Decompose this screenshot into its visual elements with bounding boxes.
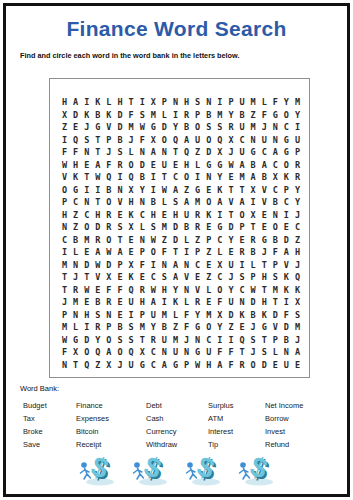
grid-cell[interactable]: N bbox=[59, 221, 70, 234]
grid-cell[interactable]: O bbox=[126, 159, 137, 172]
grid-cell[interactable]: X bbox=[103, 359, 114, 372]
grid-cell[interactable]: L bbox=[214, 246, 225, 259]
grid-cell[interactable]: V bbox=[92, 271, 103, 284]
grid-cell[interactable]: S bbox=[114, 334, 125, 347]
grid-cell[interactable]: F bbox=[137, 134, 148, 147]
grid-cell[interactable]: H bbox=[114, 96, 125, 109]
grid-cell[interactable]: D bbox=[248, 296, 259, 309]
grid-cell[interactable]: Q bbox=[70, 134, 81, 147]
grid-cell[interactable]: W bbox=[92, 259, 103, 272]
grid-cell[interactable]: G bbox=[148, 121, 159, 134]
grid-cell[interactable]: S bbox=[81, 134, 92, 147]
grid-cell[interactable]: W bbox=[159, 184, 170, 197]
grid-cell[interactable]: I bbox=[59, 246, 70, 259]
grid-cell[interactable]: Z bbox=[225, 321, 236, 334]
grid-cell[interactable]: B bbox=[270, 196, 281, 209]
grid-cell[interactable]: H bbox=[170, 209, 181, 222]
grid-cell[interactable]: G bbox=[192, 184, 203, 197]
grid-cell[interactable]: I bbox=[81, 96, 92, 109]
grid-cell[interactable]: D bbox=[114, 109, 125, 122]
grid-cell[interactable]: H bbox=[126, 196, 137, 209]
grid-cell[interactable]: T bbox=[259, 259, 270, 272]
grid-cell[interactable]: Y bbox=[170, 284, 181, 297]
grid-cell[interactable]: N bbox=[159, 146, 170, 159]
grid-cell[interactable]: N bbox=[192, 334, 203, 347]
grid-cell[interactable]: I bbox=[214, 96, 225, 109]
grid-cell[interactable]: F bbox=[159, 246, 170, 259]
grid-cell[interactable]: R bbox=[225, 121, 236, 134]
grid-cell[interactable]: A bbox=[170, 271, 181, 284]
grid-cell[interactable]: U bbox=[159, 159, 170, 172]
grid-cell[interactable]: P bbox=[59, 309, 70, 322]
grid-cell[interactable]: Y bbox=[214, 171, 225, 184]
grid-cell[interactable]: D bbox=[114, 121, 125, 134]
grid-cell[interactable]: A bbox=[281, 246, 292, 259]
grid-cell[interactable]: J bbox=[292, 209, 303, 222]
grid-cell[interactable]: D bbox=[270, 309, 281, 322]
grid-cell[interactable]: Y bbox=[281, 96, 292, 109]
grid-cell[interactable]: E bbox=[203, 221, 214, 234]
grid-cell[interactable]: A bbox=[270, 146, 281, 159]
grid-cell[interactable]: X bbox=[59, 109, 70, 122]
grid-cell[interactable]: D bbox=[137, 159, 148, 172]
grid-cell[interactable]: N bbox=[281, 346, 292, 359]
grid-cell[interactable]: T bbox=[170, 146, 181, 159]
grid-cell[interactable]: A bbox=[292, 346, 303, 359]
grid-cell[interactable]: F bbox=[70, 146, 81, 159]
grid-cell[interactable]: U bbox=[237, 121, 248, 134]
grid-cell[interactable]: V bbox=[225, 196, 236, 209]
grid-cell[interactable]: D bbox=[81, 259, 92, 272]
grid-cell[interactable]: T bbox=[237, 346, 248, 359]
grid-cell[interactable]: G bbox=[137, 359, 148, 372]
grid-cell[interactable]: S bbox=[114, 221, 125, 234]
grid-cell[interactable]: J bbox=[248, 321, 259, 334]
grid-cell[interactable]: K bbox=[103, 109, 114, 122]
grid-cell[interactable]: E bbox=[114, 309, 125, 322]
grid-cell[interactable]: E bbox=[259, 221, 270, 234]
grid-cell[interactable]: N bbox=[181, 346, 192, 359]
grid-cell[interactable]: G bbox=[248, 146, 259, 159]
grid-cell[interactable]: S bbox=[148, 221, 159, 234]
grid-cell[interactable]: X bbox=[126, 221, 137, 234]
grid-cell[interactable]: O bbox=[148, 246, 159, 259]
grid-cell[interactable]: C bbox=[259, 146, 270, 159]
grid-cell[interactable]: X bbox=[70, 346, 81, 359]
grid-cell[interactable]: J bbox=[59, 296, 70, 309]
grid-cell[interactable]: S bbox=[170, 196, 181, 209]
grid-cell[interactable]: J bbox=[225, 146, 236, 159]
grid-cell[interactable]: I bbox=[159, 296, 170, 309]
grid-cell[interactable]: T bbox=[59, 284, 70, 297]
grid-cell[interactable]: V bbox=[270, 321, 281, 334]
grid-cell[interactable]: G bbox=[192, 346, 203, 359]
grid-cell[interactable]: S bbox=[214, 121, 225, 134]
grid-cell[interactable]: T bbox=[92, 146, 103, 159]
grid-cell[interactable]: Q bbox=[126, 346, 137, 359]
grid-cell[interactable]: Y bbox=[225, 109, 236, 122]
grid-cell[interactable]: G bbox=[259, 321, 270, 334]
grid-cell[interactable]: N bbox=[248, 134, 259, 147]
grid-cell[interactable]: J bbox=[259, 121, 270, 134]
grid-cell[interactable]: C bbox=[214, 271, 225, 284]
grid-cell[interactable]: I bbox=[237, 259, 248, 272]
grid-cell[interactable]: X bbox=[126, 259, 137, 272]
grid-cell[interactable]: I bbox=[148, 171, 159, 184]
grid-cell[interactable]: M bbox=[126, 121, 137, 134]
grid-cell[interactable]: B bbox=[248, 246, 259, 259]
grid-cell[interactable]: H bbox=[159, 284, 170, 297]
grid-cell[interactable]: D bbox=[170, 234, 181, 247]
grid-cell[interactable]: G bbox=[259, 234, 270, 247]
grid-cell[interactable]: J bbox=[292, 259, 303, 272]
grid-cell[interactable]: I bbox=[214, 334, 225, 347]
grid-cell[interactable]: C bbox=[81, 209, 92, 222]
grid-cell[interactable]: X bbox=[270, 171, 281, 184]
grid-cell[interactable]: H bbox=[259, 271, 270, 284]
grid-cell[interactable]: N bbox=[114, 184, 125, 197]
grid-cell[interactable]: X bbox=[137, 346, 148, 359]
grid-cell[interactable]: P bbox=[103, 134, 114, 147]
grid-cell[interactable]: N bbox=[103, 309, 114, 322]
grid-cell[interactable]: X bbox=[214, 146, 225, 159]
grid-cell[interactable]: F bbox=[270, 96, 281, 109]
grid-cell[interactable]: N bbox=[181, 259, 192, 272]
grid-cell[interactable]: T bbox=[126, 96, 137, 109]
grid-cell[interactable]: I bbox=[292, 121, 303, 134]
grid-cell[interactable]: V bbox=[114, 196, 125, 209]
grid-cell[interactable]: S bbox=[126, 321, 137, 334]
grid-cell[interactable]: F bbox=[59, 146, 70, 159]
grid-cell[interactable]: U bbox=[192, 134, 203, 147]
grid-cell[interactable]: A bbox=[103, 346, 114, 359]
grid-cell[interactable]: K bbox=[126, 209, 137, 222]
grid-cell[interactable]: E bbox=[281, 221, 292, 234]
grid-cell[interactable]: G bbox=[192, 321, 203, 334]
grid-cell[interactable]: A bbox=[181, 134, 192, 147]
grid-cell[interactable]: Y bbox=[92, 334, 103, 347]
grid-cell[interactable]: E bbox=[203, 296, 214, 309]
grid-cell[interactable]: O bbox=[159, 134, 170, 147]
grid-cell[interactable]: E bbox=[126, 234, 137, 247]
grid-cell[interactable]: O bbox=[81, 346, 92, 359]
grid-cell[interactable]: B bbox=[181, 221, 192, 234]
grid-cell[interactable]: C bbox=[281, 121, 292, 134]
grid-cell[interactable]: L bbox=[103, 96, 114, 109]
grid-cell[interactable]: B bbox=[248, 159, 259, 172]
grid-cell[interactable]: S bbox=[114, 146, 125, 159]
grid-cell[interactable]: E bbox=[170, 159, 181, 172]
grid-cell[interactable]: C bbox=[292, 221, 303, 234]
grid-cell[interactable]: A bbox=[148, 146, 159, 159]
grid-cell[interactable]: B bbox=[92, 109, 103, 122]
grid-cell[interactable]: Z bbox=[70, 221, 81, 234]
grid-cell[interactable]: M bbox=[192, 196, 203, 209]
grid-cell[interactable]: F bbox=[103, 284, 114, 297]
grid-cell[interactable]: M bbox=[203, 309, 214, 322]
grid-cell[interactable]: R bbox=[237, 246, 248, 259]
grid-cell[interactable]: E bbox=[159, 209, 170, 222]
grid-cell[interactable]: E bbox=[203, 184, 214, 197]
grid-cell[interactable]: D bbox=[103, 259, 114, 272]
grid-cell[interactable]: O bbox=[214, 284, 225, 297]
grid-cell[interactable]: W bbox=[248, 284, 259, 297]
grid-cell[interactable]: Q bbox=[126, 171, 137, 184]
grid-cell[interactable]: O bbox=[192, 121, 203, 134]
grid-cell[interactable]: G bbox=[70, 184, 81, 197]
grid-cell[interactable]: K bbox=[70, 171, 81, 184]
grid-cell[interactable]: U bbox=[225, 296, 236, 309]
grid-cell[interactable]: G bbox=[270, 109, 281, 122]
grid-cell[interactable]: T bbox=[159, 171, 170, 184]
grid-cell[interactable]: L bbox=[192, 159, 203, 172]
grid-cell[interactable]: B bbox=[281, 334, 292, 347]
grid-cell[interactable]: K bbox=[281, 171, 292, 184]
grid-cell[interactable]: R bbox=[92, 234, 103, 247]
grid-cell[interactable]: A bbox=[237, 159, 248, 172]
grid-cell[interactable]: X bbox=[214, 309, 225, 322]
grid-cell[interactable]: L bbox=[70, 321, 81, 334]
grid-cell[interactable]: T bbox=[248, 221, 259, 234]
grid-cell[interactable]: B bbox=[148, 196, 159, 209]
grid-cell[interactable]: N bbox=[159, 259, 170, 272]
grid-cell[interactable]: L bbox=[203, 284, 214, 297]
grid-cell[interactable]: K bbox=[292, 284, 303, 297]
grid-cell[interactable]: L bbox=[70, 246, 81, 259]
grid-cell[interactable]: T bbox=[137, 334, 148, 347]
grid-cell[interactable]: E bbox=[270, 359, 281, 372]
grid-cell[interactable]: P bbox=[270, 259, 281, 272]
grid-cell[interactable]: Y bbox=[192, 309, 203, 322]
grid-cell[interactable]: R bbox=[103, 209, 114, 222]
grid-cell[interactable]: I bbox=[214, 209, 225, 222]
grid-cell[interactable]: D bbox=[281, 234, 292, 247]
grid-cell[interactable]: C bbox=[270, 159, 281, 172]
grid-cell[interactable]: D bbox=[225, 221, 236, 234]
grid-cell[interactable]: T bbox=[81, 271, 92, 284]
grid-cell[interactable]: H bbox=[81, 309, 92, 322]
grid-cell[interactable]: E bbox=[203, 259, 214, 272]
grid-cell[interactable]: E bbox=[225, 171, 236, 184]
grid-cell[interactable]: X bbox=[248, 209, 259, 222]
grid-cell[interactable]: F bbox=[126, 109, 137, 122]
grid-cell[interactable]: J bbox=[259, 246, 270, 259]
grid-cell[interactable]: P bbox=[114, 259, 125, 272]
grid-cell[interactable]: R bbox=[292, 171, 303, 184]
grid-cell[interactable]: C bbox=[70, 196, 81, 209]
grid-cell[interactable]: N bbox=[237, 296, 248, 309]
grid-cell[interactable]: R bbox=[192, 209, 203, 222]
grid-cell[interactable]: L bbox=[259, 96, 270, 109]
grid-cell[interactable]: T bbox=[92, 196, 103, 209]
grid-cell[interactable]: C bbox=[281, 196, 292, 209]
grid-cell[interactable]: D bbox=[259, 359, 270, 372]
grid-cell[interactable]: N bbox=[270, 121, 281, 134]
grid-cell[interactable]: T bbox=[259, 334, 270, 347]
grid-cell[interactable]: O bbox=[59, 184, 70, 197]
grid-cell[interactable]: V bbox=[281, 259, 292, 272]
grid-cell[interactable]: G bbox=[214, 159, 225, 172]
grid-cell[interactable]: M bbox=[59, 321, 70, 334]
grid-cell[interactable]: W bbox=[148, 284, 159, 297]
grid-cell[interactable]: B bbox=[181, 121, 192, 134]
grid-cell[interactable]: B bbox=[114, 134, 125, 147]
grid-cell[interactable]: C bbox=[237, 134, 248, 147]
grid-cell[interactable]: R bbox=[192, 221, 203, 234]
grid-cell[interactable]: K bbox=[126, 271, 137, 284]
grid-cell[interactable]: O bbox=[281, 159, 292, 172]
grid-cell[interactable]: W bbox=[103, 246, 114, 259]
grid-cell[interactable]: F bbox=[214, 346, 225, 359]
grid-cell[interactable]: Q bbox=[181, 146, 192, 159]
grid-cell[interactable]: S bbox=[192, 96, 203, 109]
grid-cell[interactable]: R bbox=[148, 334, 159, 347]
grid-cell[interactable]: E bbox=[70, 121, 81, 134]
grid-cell[interactable]: E bbox=[192, 271, 203, 284]
grid-cell[interactable]: H bbox=[181, 96, 192, 109]
grid-cell[interactable]: D bbox=[203, 146, 214, 159]
grid-cell[interactable]: Y bbox=[148, 321, 159, 334]
grid-cell[interactable]: N bbox=[137, 234, 148, 247]
grid-cell[interactable]: F bbox=[181, 321, 192, 334]
grid-cell[interactable]: O bbox=[203, 321, 214, 334]
grid-cell[interactable]: I bbox=[192, 171, 203, 184]
grid-cell[interactable]: E bbox=[225, 246, 236, 259]
grid-cell[interactable]: B bbox=[159, 321, 170, 334]
grid-cell[interactable]: X bbox=[225, 134, 236, 147]
grid-cell[interactable]: P bbox=[159, 96, 170, 109]
grid-cell[interactable]: S bbox=[270, 271, 281, 284]
grid-cell[interactable]: E bbox=[92, 284, 103, 297]
grid-cell[interactable]: R bbox=[292, 159, 303, 172]
grid-cell[interactable]: Y bbox=[225, 234, 236, 247]
grid-cell[interactable]: A bbox=[114, 246, 125, 259]
grid-cell[interactable]: C bbox=[59, 234, 70, 247]
grid-cell[interactable]: S bbox=[159, 271, 170, 284]
grid-cell[interactable]: V bbox=[103, 121, 114, 134]
grid-cell[interactable]: J bbox=[292, 334, 303, 347]
grid-cell[interactable]: Q bbox=[214, 134, 225, 147]
grid-cell[interactable]: K bbox=[281, 271, 292, 284]
grid-cell[interactable]: O bbox=[203, 134, 214, 147]
grid-cell[interactable]: T bbox=[237, 184, 248, 197]
grid-cell[interactable]: K bbox=[81, 109, 92, 122]
grid-cell[interactable]: M bbox=[214, 109, 225, 122]
grid-cell[interactable]: M bbox=[248, 121, 259, 134]
grid-cell[interactable]: B bbox=[137, 171, 148, 184]
grid-cell[interactable]: C bbox=[148, 271, 159, 284]
grid-cell[interactable]: I bbox=[137, 96, 148, 109]
grid-cell[interactable]: O bbox=[281, 109, 292, 122]
grid-cell[interactable]: P bbox=[270, 334, 281, 347]
grid-cell[interactable]: I bbox=[170, 109, 181, 122]
grid-cell[interactable]: U bbox=[126, 296, 137, 309]
grid-cell[interactable]: P bbox=[225, 96, 236, 109]
grid-cell[interactable]: H bbox=[137, 296, 148, 309]
grid-cell[interactable]: N bbox=[70, 309, 81, 322]
grid-cell[interactable]: M bbox=[137, 321, 148, 334]
grid-cell[interactable]: Y bbox=[225, 284, 236, 297]
grid-cell[interactable]: B bbox=[92, 296, 103, 309]
grid-cell[interactable]: P bbox=[203, 234, 214, 247]
grid-cell[interactable]: J bbox=[181, 334, 192, 347]
grid-cell[interactable]: N bbox=[137, 146, 148, 159]
grid-cell[interactable]: B bbox=[70, 234, 81, 247]
grid-cell[interactable]: T bbox=[114, 234, 125, 247]
grid-cell[interactable]: B bbox=[103, 184, 114, 197]
grid-cell[interactable]: L bbox=[126, 146, 137, 159]
grid-cell[interactable]: G bbox=[92, 121, 103, 134]
grid-cell[interactable]: Z bbox=[92, 359, 103, 372]
grid-cell[interactable]: J bbox=[126, 134, 137, 147]
grid-cell[interactable]: U bbox=[237, 146, 248, 159]
grid-cell[interactable]: J bbox=[81, 121, 92, 134]
grid-cell[interactable]: L bbox=[170, 309, 181, 322]
grid-cell[interactable]: V bbox=[259, 196, 270, 209]
grid-cell[interactable]: D bbox=[92, 221, 103, 234]
grid-cell[interactable]: H bbox=[203, 359, 214, 372]
grid-cell[interactable]: E bbox=[114, 209, 125, 222]
grid-cell[interactable]: P bbox=[103, 321, 114, 334]
grid-cell[interactable]: R bbox=[103, 221, 114, 234]
grid-cell[interactable]: E bbox=[137, 271, 148, 284]
grid-cell[interactable]: U bbox=[259, 134, 270, 147]
grid-cell[interactable]: W bbox=[59, 159, 70, 172]
grid-cell[interactable]: D bbox=[225, 309, 236, 322]
grid-cell[interactable]: Q bbox=[170, 134, 181, 147]
grid-cell[interactable]: W bbox=[137, 121, 148, 134]
grid-cell[interactable]: K bbox=[214, 184, 225, 197]
grid-cell[interactable]: I bbox=[281, 296, 292, 309]
grid-cell[interactable]: Z bbox=[203, 271, 214, 284]
grid-cell[interactable]: R bbox=[192, 296, 203, 309]
grid-cell[interactable]: A bbox=[92, 246, 103, 259]
grid-cell[interactable]: N bbox=[203, 171, 214, 184]
grid-cell[interactable]: U bbox=[292, 134, 303, 147]
grid-cell[interactable]: F bbox=[214, 296, 225, 309]
grid-cell[interactable]: A bbox=[92, 159, 103, 172]
grid-cell[interactable]: L bbox=[159, 109, 170, 122]
grid-cell[interactable]: C bbox=[148, 359, 159, 372]
grid-cell[interactable]: Z bbox=[203, 246, 214, 259]
grid-cell[interactable]: Q bbox=[81, 359, 92, 372]
grid-cell[interactable]: Y bbox=[214, 321, 225, 334]
grid-cell[interactable]: Z bbox=[192, 234, 203, 247]
grid-cell[interactable]: I bbox=[126, 309, 137, 322]
grid-cell[interactable]: A bbox=[159, 359, 170, 372]
grid-cell[interactable]: D bbox=[70, 109, 81, 122]
grid-cell[interactable]: I bbox=[92, 184, 103, 197]
grid-cell[interactable]: R bbox=[70, 284, 81, 297]
grid-cell[interactable]: F bbox=[103, 159, 114, 172]
grid-cell[interactable]: Z bbox=[192, 146, 203, 159]
grid-cell[interactable]: Y bbox=[292, 184, 303, 197]
grid-cell[interactable]: N bbox=[270, 134, 281, 147]
grid-cell[interactable]: M bbox=[292, 96, 303, 109]
grid-cell[interactable]: B bbox=[248, 309, 259, 322]
grid-cell[interactable]: T bbox=[92, 134, 103, 147]
grid-cell[interactable]: F bbox=[225, 346, 236, 359]
grid-cell[interactable]: H bbox=[292, 246, 303, 259]
grid-cell[interactable]: Z bbox=[292, 234, 303, 247]
grid-cell[interactable]: M bbox=[170, 334, 181, 347]
grid-cell[interactable]: O bbox=[237, 209, 248, 222]
grid-cell[interactable]: G bbox=[70, 334, 81, 347]
grid-cell[interactable]: K bbox=[237, 309, 248, 322]
grid-cell[interactable]: S bbox=[126, 334, 137, 347]
grid-cell[interactable]: O bbox=[181, 171, 192, 184]
grid-cell[interactable]: G bbox=[203, 159, 214, 172]
